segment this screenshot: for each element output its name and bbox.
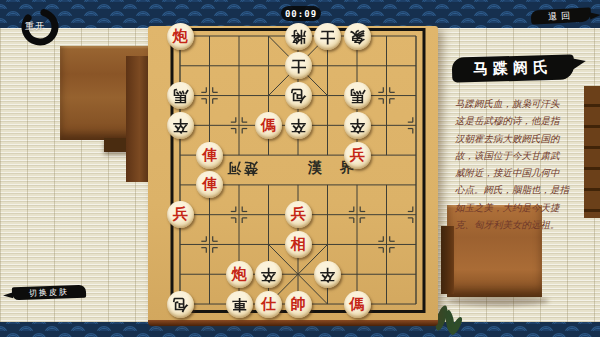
piece-black-士[interactable]: 士	[314, 23, 341, 50]
right-edge-shelf	[584, 86, 600, 218]
piece-black-車[interactable]: 車	[226, 291, 253, 318]
xiangqi-board[interactable]: 楚河 漢界 炮將士象士馬包馬卒傌卒卒俥兵俥兵兵相炮卒卒包車仕帥傌	[148, 26, 438, 322]
piece-red-傌[interactable]: 傌	[344, 291, 371, 318]
piece-red-兵[interactable]: 兵	[167, 201, 194, 228]
right-table-legs	[441, 226, 454, 294]
piece-red-炮[interactable]: 炮	[226, 261, 253, 288]
restart-label: 重开	[25, 20, 45, 33]
switch-skin-button[interactable]: 切换皮肤	[12, 285, 86, 301]
river-text-chu-he: 楚河	[224, 159, 258, 177]
story-line: 这是岳武穆的诗，他是指	[455, 112, 575, 129]
piece-black-卒[interactable]: 卒	[167, 112, 194, 139]
piece-black-包[interactable]: 包	[167, 291, 194, 318]
piece-red-仕[interactable]: 仕	[255, 291, 282, 318]
piece-red-相[interactable]: 相	[285, 231, 312, 258]
piece-black-馬[interactable]: 馬	[344, 82, 371, 109]
piece-black-馬[interactable]: 馬	[167, 82, 194, 109]
story-line: 心点。阏氏，胭脂也，是指	[455, 181, 575, 198]
restart-button[interactable]: 重开	[18, 4, 62, 48]
piece-red-俥[interactable]: 俥	[196, 142, 223, 169]
switch-skin-label: 切换皮肤	[29, 286, 69, 298]
story-line: 克、匈牙利美女的远祖。	[455, 216, 575, 233]
piece-red-兵[interactable]: 兵	[344, 142, 371, 169]
right-table-shadow	[447, 296, 549, 306]
panel-story-text: 马蹀阏氏血，旗枭可汗头 这是岳武穆的诗，他是指 汉朝霍去病大败阏氏国的 故，该国…	[455, 95, 575, 233]
piece-red-傌[interactable]: 傌	[255, 112, 282, 139]
game-screen: 楚河 漢界 炮將士象士馬包馬卒傌卒卒俥兵俥兵兵相炮卒卒包車仕帥傌 重开 退回 切…	[0, 0, 600, 337]
panel-title-brush: 马蹀阏氏	[452, 54, 575, 82]
piece-black-卒[interactable]: 卒	[344, 112, 371, 139]
panel-title-text: 马蹀阏氏	[473, 58, 553, 79]
story-line: 故，该国位于今天甘肃武	[455, 147, 575, 164]
undo-label: 退回	[548, 9, 575, 23]
board-edge	[148, 320, 438, 326]
piece-red-兵[interactable]: 兵	[285, 201, 312, 228]
story-line: 威附近，接近中国几何中	[455, 164, 575, 181]
piece-black-卒[interactable]: 卒	[285, 112, 312, 139]
story-line: 汉朝霍去病大败阏氏国的	[455, 130, 575, 147]
piece-black-象[interactable]: 象	[344, 23, 371, 50]
piece-black-卒[interactable]: 卒	[255, 261, 282, 288]
story-line: 马蹀阏氏血，旗枭可汗头	[455, 95, 575, 112]
game-timer: 00:09	[281, 6, 321, 21]
piece-black-將[interactable]: 將	[285, 23, 312, 50]
piece-black-包[interactable]: 包	[285, 82, 312, 109]
piece-black-卒[interactable]: 卒	[314, 261, 341, 288]
piece-red-帥[interactable]: 帥	[285, 291, 312, 318]
piece-red-炮[interactable]: 炮	[167, 23, 194, 50]
piece-black-士[interactable]: 士	[285, 52, 312, 79]
story-line: 如玉之美，大约是今天捷	[455, 199, 575, 216]
